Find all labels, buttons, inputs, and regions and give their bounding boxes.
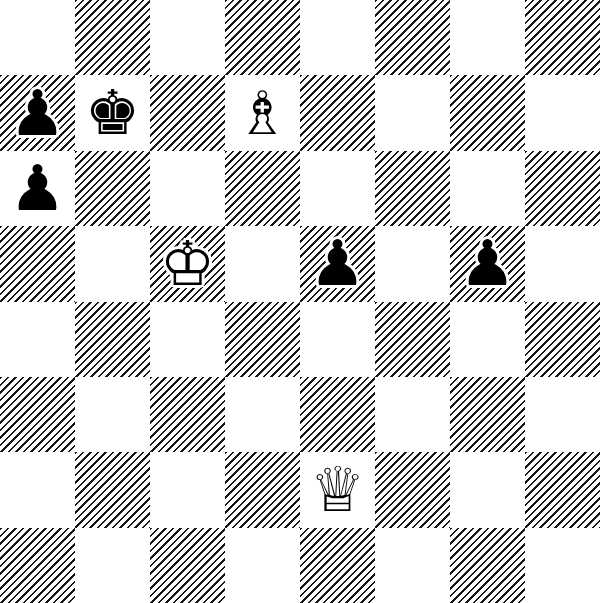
square-f6[interactable] (375, 151, 450, 226)
square-e6[interactable] (300, 151, 375, 226)
square-c8[interactable] (150, 0, 225, 75)
square-d2[interactable] (225, 452, 300, 527)
white-king-glyph: ♔ (150, 226, 225, 301)
square-g4[interactable] (450, 302, 525, 377)
square-e4[interactable] (300, 302, 375, 377)
square-g8[interactable] (450, 0, 525, 75)
square-a1[interactable] (0, 528, 75, 603)
square-e7[interactable] (300, 75, 375, 150)
square-d3[interactable] (225, 377, 300, 452)
white-king[interactable]: ♚♔ (150, 226, 225, 301)
square-h3[interactable] (525, 377, 600, 452)
square-a5[interactable] (0, 226, 75, 301)
square-g7[interactable] (450, 75, 525, 150)
square-f7[interactable] (375, 75, 450, 150)
square-d7[interactable]: ♝♗ (225, 75, 300, 150)
white-bishop[interactable]: ♝♗ (225, 75, 300, 150)
square-g3[interactable] (450, 377, 525, 452)
white-bishop-glyph: ♗ (225, 75, 300, 150)
square-d4[interactable] (225, 302, 300, 377)
square-a7[interactable]: ♟♟ (0, 75, 75, 150)
square-b8[interactable] (75, 0, 150, 75)
square-e1[interactable] (300, 528, 375, 603)
square-f5[interactable] (375, 226, 450, 301)
square-c6[interactable] (150, 151, 225, 226)
black-pawn[interactable]: ♟♟ (0, 151, 75, 226)
square-b5[interactable] (75, 226, 150, 301)
square-g5[interactable]: ♟♟ (450, 226, 525, 301)
square-c1[interactable] (150, 528, 225, 603)
black-pawn[interactable]: ♟♟ (450, 226, 525, 301)
square-g2[interactable] (450, 452, 525, 527)
square-c7[interactable] (150, 75, 225, 150)
square-b4[interactable] (75, 302, 150, 377)
white-queen-glyph: ♕ (300, 452, 375, 527)
square-h2[interactable] (525, 452, 600, 527)
square-f1[interactable] (375, 528, 450, 603)
square-c2[interactable] (150, 452, 225, 527)
chess-diagram: ♟♟♚♚♝♗♟♟♚♔♟♟♟♟♛♕ (0, 0, 600, 603)
square-f2[interactable] (375, 452, 450, 527)
square-e3[interactable] (300, 377, 375, 452)
black-pawn-glyph: ♟ (0, 75, 75, 150)
square-d1[interactable] (225, 528, 300, 603)
square-h4[interactable] (525, 302, 600, 377)
black-pawn-glyph: ♟ (450, 226, 525, 301)
square-a2[interactable] (0, 452, 75, 527)
square-e5[interactable]: ♟♟ (300, 226, 375, 301)
square-d8[interactable] (225, 0, 300, 75)
square-d5[interactable] (225, 226, 300, 301)
square-f8[interactable] (375, 0, 450, 75)
square-h6[interactable] (525, 151, 600, 226)
black-king[interactable]: ♚♚ (75, 75, 150, 150)
black-pawn-glyph: ♟ (0, 151, 75, 226)
square-d6[interactable] (225, 151, 300, 226)
black-king-glyph: ♚ (75, 75, 150, 150)
square-a4[interactable] (0, 302, 75, 377)
square-b6[interactable] (75, 151, 150, 226)
square-c4[interactable] (150, 302, 225, 377)
chess-board: ♟♟♚♚♝♗♟♟♚♔♟♟♟♟♛♕ (0, 0, 600, 603)
square-e8[interactable] (300, 0, 375, 75)
square-h7[interactable] (525, 75, 600, 150)
square-h1[interactable] (525, 528, 600, 603)
square-b1[interactable] (75, 528, 150, 603)
black-pawn[interactable]: ♟♟ (300, 226, 375, 301)
square-g1[interactable] (450, 528, 525, 603)
black-pawn[interactable]: ♟♟ (0, 75, 75, 150)
square-c3[interactable] (150, 377, 225, 452)
square-a6[interactable]: ♟♟ (0, 151, 75, 226)
square-h8[interactable] (525, 0, 600, 75)
black-pawn-glyph: ♟ (300, 226, 375, 301)
square-b7[interactable]: ♚♚ (75, 75, 150, 150)
square-b3[interactable] (75, 377, 150, 452)
square-f4[interactable] (375, 302, 450, 377)
square-b2[interactable] (75, 452, 150, 527)
square-e2[interactable]: ♛♕ (300, 452, 375, 527)
square-h5[interactable] (525, 226, 600, 301)
white-queen[interactable]: ♛♕ (300, 452, 375, 527)
square-g6[interactable] (450, 151, 525, 226)
square-a3[interactable] (0, 377, 75, 452)
square-f3[interactable] (375, 377, 450, 452)
square-c5[interactable]: ♚♔ (150, 226, 225, 301)
square-a8[interactable] (0, 0, 75, 75)
